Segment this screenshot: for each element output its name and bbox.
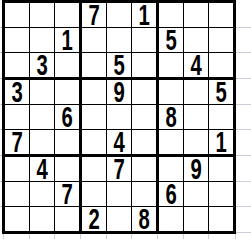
gridline-stub (106, 234, 107, 239)
gridline-stub (157, 234, 158, 239)
cell-r6c3[interactable] (55, 130, 82, 157)
cell-value: 7 (88, 3, 99, 27)
cell-r8c9[interactable] (209, 182, 233, 207)
cell-value: 4 (190, 53, 201, 77)
gridline-stub (0, 129, 2, 130)
cell-r7c8[interactable]: 9 (184, 157, 209, 182)
cell-value: 1 (138, 3, 149, 27)
cell-r2c9[interactable] (209, 28, 233, 53)
cell-r7c4[interactable] (82, 157, 107, 182)
gridline-stub (0, 206, 2, 207)
cell-value: 3 (36, 53, 47, 77)
cell-r8c2[interactable] (30, 182, 55, 207)
gridline-stub (54, 234, 55, 239)
cell-r9c2[interactable] (30, 207, 55, 231)
cell-value: 8 (138, 207, 149, 231)
cell-value: 1 (215, 130, 226, 154)
cell-r4c1[interactable]: 3 (5, 80, 30, 105)
cell-r5c3[interactable]: 6 (55, 105, 82, 130)
cell-r4c8[interactable] (184, 80, 209, 105)
cell-r1c8[interactable] (184, 3, 209, 28)
gridline-stub (131, 234, 132, 239)
cell-r5c7[interactable]: 8 (159, 105, 184, 130)
cell-r6c7[interactable] (159, 130, 184, 157)
cell-value: 7 (61, 182, 72, 206)
cell-r2c1[interactable] (5, 28, 30, 53)
cell-r5c8[interactable] (184, 105, 209, 130)
cell-value: 8 (165, 105, 176, 129)
gridline-stub (29, 234, 30, 239)
gridline-stub (0, 104, 2, 105)
cell-r9c5[interactable] (107, 207, 132, 231)
gridline-stub (0, 52, 2, 53)
gridline-stub (236, 181, 251, 182)
cell-r3c4[interactable] (82, 53, 107, 80)
gridline-stub (236, 104, 251, 105)
cell-r3c2[interactable]: 3 (30, 53, 55, 80)
cell-r4c5[interactable]: 9 (107, 80, 132, 105)
cell-r1c9[interactable] (209, 3, 233, 28)
cell-r8c7[interactable]: 6 (159, 182, 184, 207)
gridline-stub (0, 181, 2, 182)
cell-r1c4[interactable]: 7 (82, 3, 107, 28)
cell-value: 5 (113, 53, 124, 77)
cell-value: 7 (11, 130, 22, 154)
cell-r1c6[interactable]: 1 (132, 3, 159, 28)
gridline-stub (183, 234, 184, 239)
cell-r7c1[interactable] (5, 157, 30, 182)
cell-r1c2[interactable] (30, 3, 55, 28)
cell-r6c9[interactable]: 1 (209, 130, 233, 157)
cell-r2c4[interactable] (82, 28, 107, 53)
cell-r3c8[interactable]: 4 (184, 53, 209, 80)
cell-value: 9 (190, 157, 201, 181)
sudoku-screenshot: 7 1 1 5 3 5 4 3 9 5 6 (0, 0, 251, 239)
cell-value: 4 (113, 130, 124, 154)
gridline-stub (3, 234, 4, 239)
cell-r4c2[interactable] (30, 80, 55, 105)
cell-r9c3[interactable] (55, 207, 82, 231)
cell-r7c2[interactable]: 4 (30, 157, 55, 182)
cell-value: 5 (165, 28, 176, 52)
cell-r2c6[interactable] (132, 28, 159, 53)
cell-r4c9[interactable]: 5 (209, 80, 233, 105)
cell-value: 9 (113, 80, 124, 104)
cell-value: 6 (165, 182, 176, 206)
cell-r1c1[interactable] (5, 3, 30, 28)
cell-value: 4 (36, 157, 47, 181)
gridline-stub (236, 206, 251, 207)
cell-r4c6[interactable] (132, 80, 159, 105)
gridline-stub (0, 27, 2, 28)
cell-value: 7 (113, 157, 124, 181)
cell-r9c4[interactable]: 2 (82, 207, 107, 231)
cell-r8c3[interactable]: 7 (55, 182, 82, 207)
cell-r7c5[interactable]: 7 (107, 157, 132, 182)
cell-value: 6 (61, 105, 72, 129)
cell-r5c2[interactable] (30, 105, 55, 130)
gridline-stub (80, 234, 81, 239)
cell-r2c7[interactable]: 5 (159, 28, 184, 53)
cell-r3c7[interactable] (159, 53, 184, 80)
cell-r6c4[interactable] (82, 130, 107, 157)
gridline-stub (236, 78, 251, 79)
gridline-stub (236, 155, 251, 156)
cell-r9c1[interactable] (5, 207, 30, 231)
cell-value: 3 (11, 80, 22, 104)
gridline-stub (0, 155, 2, 156)
cell-r9c7[interactable] (159, 207, 184, 231)
gridline-stub (208, 234, 209, 239)
cell-r7c6[interactable] (132, 157, 159, 182)
gridline-stub (236, 27, 251, 28)
cell-r8c5[interactable] (107, 182, 132, 207)
cell-r6c1[interactable]: 7 (5, 130, 30, 157)
cell-r8c1[interactable] (5, 182, 30, 207)
cell-value: 5 (215, 80, 226, 104)
cell-r9c6[interactable]: 8 (132, 207, 159, 231)
gridline-stub (236, 129, 251, 130)
gridline-stub (236, 52, 251, 53)
cell-r1c5[interactable] (107, 3, 132, 28)
gridline-stub (235, 234, 236, 239)
cell-value: 1 (61, 28, 72, 52)
cell-r5c6[interactable] (132, 105, 159, 130)
cell-r8c8[interactable] (184, 182, 209, 207)
cell-r7c9[interactable] (209, 157, 233, 182)
cell-value: 2 (88, 207, 99, 231)
cell-r3c6[interactable] (132, 53, 159, 80)
cell-r4c4[interactable] (82, 80, 107, 105)
cell-r9c9[interactable] (209, 207, 233, 231)
cell-r9c8[interactable] (184, 207, 209, 231)
cell-r3c3[interactable] (55, 53, 82, 80)
cell-r6c6[interactable] (132, 130, 159, 157)
cell-r2c3[interactable]: 1 (55, 28, 82, 53)
gridline-stub (0, 78, 2, 79)
cell-r5c4[interactable] (82, 105, 107, 130)
sudoku-board: 7 1 1 5 3 5 4 3 9 5 6 (2, 0, 236, 234)
gridline-stub (236, 232, 251, 233)
